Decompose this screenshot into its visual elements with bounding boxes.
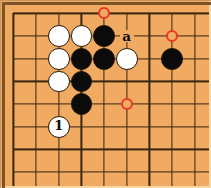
black-stone	[71, 48, 93, 70]
intersection-c7-r2[interactable]	[138, 25, 161, 48]
intersection-c7-r1[interactable]	[138, 2, 161, 25]
intersection-c9-r2[interactable]	[183, 25, 206, 48]
intersection-c3-r4[interactable]	[47, 70, 70, 93]
intersection-c9-r3[interactable]	[183, 47, 206, 70]
intersection-c5-r7[interactable]	[93, 138, 116, 161]
intersection-c7-r6[interactable]	[138, 115, 161, 138]
white-stone-move-1: 1	[48, 116, 70, 138]
intersection-c8-r4[interactable]	[161, 70, 184, 93]
intersection-c2-r6[interactable]	[25, 115, 48, 138]
intersection-c6-r3[interactable]	[115, 47, 138, 70]
intersection-c2-r3[interactable]	[25, 47, 48, 70]
intersection-c3-r1[interactable]	[47, 2, 70, 25]
move-number: 1	[54, 119, 63, 134]
intersection-c5-r4[interactable]	[93, 70, 116, 93]
red-circle-marker	[121, 98, 133, 110]
intersection-c5-r6[interactable]	[93, 115, 116, 138]
intersection-c8-r3[interactable]	[161, 47, 184, 70]
intersection-c2-r2[interactable]	[25, 25, 48, 48]
intersection-c6-r8[interactable]	[115, 161, 138, 184]
white-stone	[48, 25, 70, 47]
white-stone	[116, 48, 138, 70]
white-stone	[48, 71, 70, 93]
intersection-c9-r7[interactable]	[183, 138, 206, 161]
intersection-c8-r8[interactable]	[161, 161, 184, 184]
intersection-c3-r8[interactable]	[47, 161, 70, 184]
intersection-c4-r4[interactable]	[70, 70, 93, 93]
intersection-c7-r5[interactable]	[138, 93, 161, 116]
intersection-c9-r6[interactable]	[183, 115, 206, 138]
intersection-c1-r1[interactable]	[2, 2, 25, 25]
white-stone	[48, 48, 70, 70]
diagram-cut-bottom-edge	[0, 186, 211, 188]
intersection-c2-r4[interactable]	[25, 70, 48, 93]
intersection-c1-r8[interactable]	[2, 161, 25, 184]
intersection-c2-r1[interactable]	[25, 2, 48, 25]
intersection-c4-r1[interactable]	[70, 2, 93, 25]
intersection-c3-r7[interactable]	[47, 138, 70, 161]
intersection-c4-r8[interactable]	[70, 161, 93, 184]
intersection-c4-r6[interactable]	[70, 115, 93, 138]
intersection-c6-r1[interactable]	[115, 2, 138, 25]
intersection-c3-r3[interactable]	[47, 47, 70, 70]
intersection-c9-r4[interactable]	[183, 70, 206, 93]
intersection-c6-r6[interactable]	[115, 115, 138, 138]
black-stone	[93, 25, 115, 47]
intersection-c8-r6[interactable]	[161, 115, 184, 138]
board-left-bevel	[0, 0, 1, 188]
intersection-c2-r7[interactable]	[25, 138, 48, 161]
intersection-c1-r7[interactable]	[2, 138, 25, 161]
intersection-c7-r8[interactable]	[138, 161, 161, 184]
intersection-c7-r7[interactable]	[138, 138, 161, 161]
intersection-c5-r5[interactable]	[93, 93, 116, 116]
intersection-c4-r7[interactable]	[70, 138, 93, 161]
intersection-c1-r6[interactable]	[2, 115, 25, 138]
black-stone	[71, 71, 93, 93]
intersection-c5-r1[interactable]	[93, 2, 116, 25]
intersection-c9-r5[interactable]	[183, 93, 206, 116]
red-circle-marker	[98, 7, 110, 19]
intersection-c5-r3[interactable]	[93, 47, 116, 70]
go-board-diagram: a1	[0, 0, 211, 188]
intersection-c3-r6[interactable]: 1	[47, 115, 70, 138]
intersection-c5-r2[interactable]	[93, 25, 116, 48]
board-top-border	[2, 2, 211, 5]
diagram-cut-right-edge	[209, 0, 211, 188]
go-board: a1	[2, 2, 211, 188]
intersection-c7-r3[interactable]	[138, 47, 161, 70]
intersection-c2-r8[interactable]	[25, 161, 48, 184]
black-stone	[71, 93, 93, 115]
intersection-c3-r2[interactable]	[47, 25, 70, 48]
intersection-c2-r5[interactable]	[25, 93, 48, 116]
intersection-c8-r1[interactable]	[161, 2, 184, 25]
intersection-c8-r5[interactable]	[161, 93, 184, 116]
intersection-c6-r2[interactable]: a	[115, 25, 138, 48]
black-stone	[161, 48, 183, 70]
board-left-border	[2, 2, 5, 188]
intersection-c9-r8[interactable]	[183, 161, 206, 184]
intersection-c4-r5[interactable]	[70, 93, 93, 116]
intersection-c1-r4[interactable]	[2, 70, 25, 93]
intersection-c8-r7[interactable]	[161, 138, 184, 161]
intersection-c7-r4[interactable]	[138, 70, 161, 93]
intersection-c8-r2[interactable]	[161, 25, 184, 48]
intersection-c6-r4[interactable]	[115, 70, 138, 93]
intersection-c5-r8[interactable]	[93, 161, 116, 184]
point-label-a: a	[120, 30, 134, 42]
intersection-c4-r2[interactable]	[70, 25, 93, 48]
board-top-bevel	[0, 0, 211, 1]
black-stone	[93, 48, 115, 70]
intersection-c1-r3[interactable]	[2, 47, 25, 70]
intersection-c4-r3[interactable]	[70, 47, 93, 70]
intersection-c6-r5[interactable]	[115, 93, 138, 116]
intersection-c1-r5[interactable]	[2, 93, 25, 116]
intersection-c1-r2[interactable]	[2, 25, 25, 48]
white-stone	[71, 25, 93, 47]
intersection-c9-r1[interactable]	[183, 2, 206, 25]
intersection-c3-r5[interactable]	[47, 93, 70, 116]
red-circle-marker	[166, 30, 178, 42]
intersection-c6-r7[interactable]	[115, 138, 138, 161]
